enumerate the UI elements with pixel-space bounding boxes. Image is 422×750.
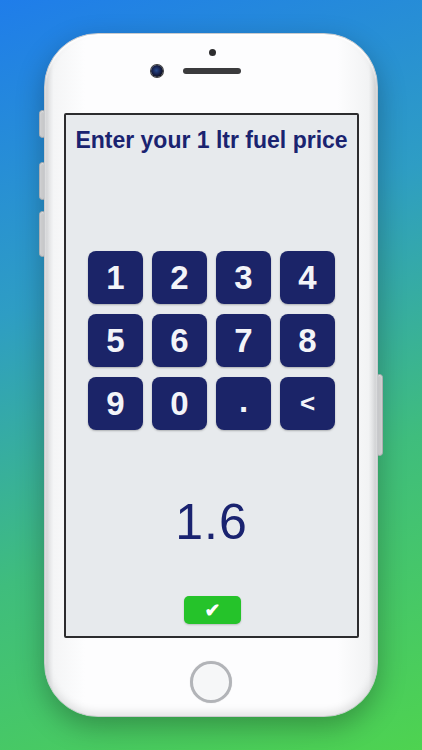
key-7[interactable]: 7 <box>216 314 271 367</box>
keypad-grid: 1 2 3 4 5 6 7 8 9 0 . < <box>88 251 335 430</box>
key-4[interactable]: 4 <box>280 251 335 304</box>
key-0[interactable]: 0 <box>152 377 207 430</box>
background-gradient: { "game": "numeric-keypad-entry", "posit… <box>0 0 422 750</box>
key-2[interactable]: 2 <box>152 251 207 304</box>
proximity-sensor-dot <box>209 49 216 56</box>
phone-frame: Enter your 1 ltr fuel price 1 2 3 4 5 6 … <box>44 33 378 717</box>
app-screen: Enter your 1 ltr fuel price 1 2 3 4 5 6 … <box>64 113 359 638</box>
checkmark-icon: ✔ <box>205 601 221 620</box>
page-title: Enter your 1 ltr fuel price <box>66 127 357 154</box>
key-1[interactable]: 1 <box>88 251 143 304</box>
key-8[interactable]: 8 <box>280 314 335 367</box>
key-6[interactable]: 6 <box>152 314 207 367</box>
key-3[interactable]: 3 <box>216 251 271 304</box>
fuel-price-display: 1.6 <box>66 493 357 551</box>
key-decimal-point[interactable]: . <box>216 377 271 430</box>
key-backspace[interactable]: < <box>280 377 335 430</box>
home-button <box>190 661 232 703</box>
confirm-button[interactable]: ✔ <box>184 596 241 624</box>
earpiece-speaker <box>183 68 241 74</box>
key-5[interactable]: 5 <box>88 314 143 367</box>
front-camera <box>151 65 163 77</box>
key-9[interactable]: 9 <box>88 377 143 430</box>
